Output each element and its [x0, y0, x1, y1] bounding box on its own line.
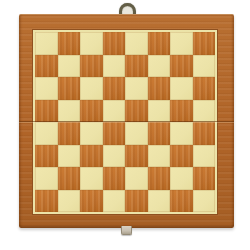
- square-a6[interactable]: [35, 77, 58, 100]
- square-g4[interactable]: [170, 122, 193, 145]
- square-h5[interactable]: [193, 100, 216, 123]
- square-c5[interactable]: [80, 100, 103, 123]
- square-f8[interactable]: [148, 32, 171, 55]
- square-e2[interactable]: [125, 167, 148, 190]
- product-photo-backdrop: [0, 0, 250, 250]
- square-b4[interactable]: [58, 122, 81, 145]
- square-e5[interactable]: [125, 100, 148, 123]
- square-f6[interactable]: [148, 77, 171, 100]
- square-f3[interactable]: [148, 145, 171, 168]
- square-a4[interactable]: [35, 122, 58, 145]
- square-g3[interactable]: [170, 145, 193, 168]
- square-b1[interactable]: [58, 190, 81, 213]
- square-b7[interactable]: [58, 55, 81, 78]
- square-g7[interactable]: [170, 55, 193, 78]
- square-f5[interactable]: [148, 100, 171, 123]
- square-g5[interactable]: [170, 100, 193, 123]
- square-d3[interactable]: [103, 145, 126, 168]
- square-h8[interactable]: [193, 32, 216, 55]
- square-b2[interactable]: [58, 167, 81, 190]
- square-b6[interactable]: [58, 77, 81, 100]
- square-d5[interactable]: [103, 100, 126, 123]
- square-c7[interactable]: [80, 55, 103, 78]
- square-a2[interactable]: [35, 167, 58, 190]
- square-h4[interactable]: [193, 122, 216, 145]
- square-e1[interactable]: [125, 190, 148, 213]
- square-c6[interactable]: [80, 77, 103, 100]
- square-e6[interactable]: [125, 77, 148, 100]
- board-field: [32, 29, 218, 215]
- square-b8[interactable]: [58, 32, 81, 55]
- square-c8[interactable]: [80, 32, 103, 55]
- square-d6[interactable]: [103, 77, 126, 100]
- square-e4[interactable]: [125, 122, 148, 145]
- square-g8[interactable]: [170, 32, 193, 55]
- square-c2[interactable]: [80, 167, 103, 190]
- chess-board: [19, 14, 234, 228]
- square-h3[interactable]: [193, 145, 216, 168]
- square-c1[interactable]: [80, 190, 103, 213]
- square-e3[interactable]: [125, 145, 148, 168]
- square-d4[interactable]: [103, 122, 126, 145]
- square-a8[interactable]: [35, 32, 58, 55]
- square-g6[interactable]: [170, 77, 193, 100]
- square-a5[interactable]: [35, 100, 58, 123]
- square-h2[interactable]: [193, 167, 216, 190]
- square-e7[interactable]: [125, 55, 148, 78]
- square-g2[interactable]: [170, 167, 193, 190]
- square-c3[interactable]: [80, 145, 103, 168]
- board-grid: [35, 32, 215, 212]
- square-a7[interactable]: [35, 55, 58, 78]
- square-h7[interactable]: [193, 55, 216, 78]
- square-b5[interactable]: [58, 100, 81, 123]
- square-f1[interactable]: [148, 190, 171, 213]
- square-e8[interactable]: [125, 32, 148, 55]
- square-d2[interactable]: [103, 167, 126, 190]
- clasp-latch: [121, 226, 132, 235]
- square-d1[interactable]: [103, 190, 126, 213]
- square-d8[interactable]: [103, 32, 126, 55]
- square-h6[interactable]: [193, 77, 216, 100]
- square-d7[interactable]: [103, 55, 126, 78]
- square-h1[interactable]: [193, 190, 216, 213]
- square-b3[interactable]: [58, 145, 81, 168]
- square-a3[interactable]: [35, 145, 58, 168]
- square-f4[interactable]: [148, 122, 171, 145]
- square-g1[interactable]: [170, 190, 193, 213]
- square-c4[interactable]: [80, 122, 103, 145]
- square-f7[interactable]: [148, 55, 171, 78]
- square-a1[interactable]: [35, 190, 58, 213]
- square-f2[interactable]: [148, 167, 171, 190]
